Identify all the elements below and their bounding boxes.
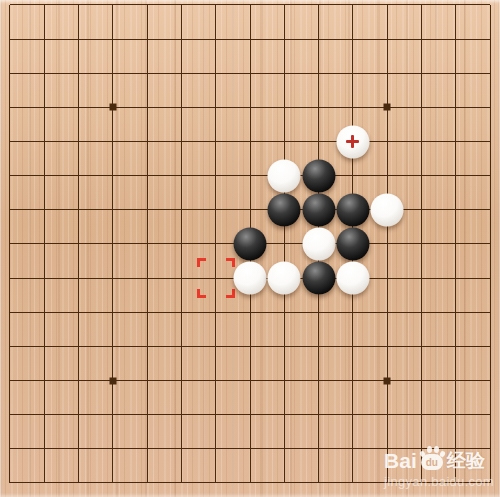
board-cell[interactable]: ○ xyxy=(267,159,301,193)
board-cell[interactable] xyxy=(404,329,438,363)
black-stone: ● xyxy=(336,193,369,226)
board-cell[interactable] xyxy=(0,159,27,193)
board-cell[interactable] xyxy=(96,363,130,397)
board-cell[interactable] xyxy=(130,432,164,466)
board-cell[interactable] xyxy=(164,329,198,363)
board-cell[interactable] xyxy=(233,466,267,497)
white-stone: ○ xyxy=(336,125,369,158)
board-cell[interactable] xyxy=(0,295,27,329)
board-cell[interactable] xyxy=(96,90,130,124)
board-cell[interactable]: ○ xyxy=(267,261,301,295)
board-cell[interactable] xyxy=(233,0,267,22)
board-cell[interactable] xyxy=(61,227,95,261)
board-cell[interactable] xyxy=(439,329,473,363)
board-cell[interactable] xyxy=(199,90,233,124)
board-cell[interactable] xyxy=(96,261,130,295)
board-cell[interactable] xyxy=(473,261,500,295)
board-cell[interactable] xyxy=(199,329,233,363)
board-cell[interactable]: ○ xyxy=(301,227,335,261)
board-cell[interactable] xyxy=(370,159,404,193)
board-cell[interactable] xyxy=(27,0,61,22)
board-cell[interactable] xyxy=(96,159,130,193)
board-cell[interactable] xyxy=(370,363,404,397)
star-point xyxy=(109,377,116,384)
board-cell[interactable] xyxy=(199,22,233,56)
board-cell[interactable] xyxy=(404,159,438,193)
board-cell[interactable] xyxy=(61,466,95,497)
board-cell[interactable] xyxy=(233,329,267,363)
board-cell[interactable] xyxy=(233,22,267,56)
board-cell[interactable] xyxy=(336,363,370,397)
baidu-watermark: Bai du 经验 jingyan.baidu.com xyxy=(384,445,494,489)
white-stone: ○ xyxy=(302,227,335,260)
board-cell[interactable] xyxy=(164,193,198,227)
board-cell[interactable] xyxy=(164,466,198,497)
board-cell[interactable] xyxy=(199,261,233,295)
board-cell[interactable] xyxy=(439,124,473,158)
board-cell[interactable] xyxy=(267,295,301,329)
board-cell[interactable] xyxy=(96,295,130,329)
board-cell[interactable] xyxy=(404,90,438,124)
board-cell[interactable] xyxy=(439,56,473,90)
board-cell[interactable] xyxy=(27,261,61,295)
board-cell[interactable] xyxy=(301,466,335,497)
board-cell[interactable] xyxy=(233,56,267,90)
board-cell[interactable] xyxy=(164,363,198,397)
board-cell[interactable] xyxy=(301,124,335,158)
board-cell[interactable] xyxy=(336,90,370,124)
white-stone: ○ xyxy=(268,262,301,295)
board-cell[interactable] xyxy=(439,0,473,22)
board-cell[interactable] xyxy=(404,124,438,158)
board-cell[interactable] xyxy=(61,398,95,432)
board-cell[interactable]: ○ xyxy=(370,193,404,227)
board-cell[interactable] xyxy=(199,227,233,261)
board-cell[interactable] xyxy=(439,90,473,124)
board-cell[interactable] xyxy=(27,124,61,158)
board-cell[interactable] xyxy=(404,363,438,397)
board-cell[interactable] xyxy=(336,466,370,497)
white-stone: ○ xyxy=(268,159,301,192)
board-cell[interactable]: ○ xyxy=(336,124,370,158)
board-cell[interactable] xyxy=(404,261,438,295)
board-cell[interactable] xyxy=(199,124,233,158)
star-point xyxy=(384,377,391,384)
board-cell[interactable] xyxy=(27,363,61,397)
board-cell[interactable] xyxy=(370,398,404,432)
board-cell[interactable] xyxy=(370,295,404,329)
black-stone: ● xyxy=(336,227,369,260)
board-cell[interactable] xyxy=(301,363,335,397)
board-cell[interactable] xyxy=(267,56,301,90)
board-cell[interactable] xyxy=(267,398,301,432)
baidu-paw-icon: du xyxy=(419,445,445,471)
board-cell[interactable] xyxy=(199,295,233,329)
board-cell[interactable] xyxy=(267,466,301,497)
board-cell[interactable] xyxy=(439,363,473,397)
board-cell[interactable] xyxy=(199,432,233,466)
board-cell[interactable] xyxy=(473,90,500,124)
board-cell[interactable] xyxy=(370,90,404,124)
board-cell[interactable] xyxy=(0,22,27,56)
board-cell[interactable] xyxy=(404,22,438,56)
board-cell[interactable] xyxy=(267,227,301,261)
board-cell[interactable] xyxy=(301,432,335,466)
board-cell[interactable] xyxy=(336,22,370,56)
board-cell[interactable] xyxy=(267,432,301,466)
board-cell[interactable]: ○ xyxy=(233,261,267,295)
board-cell[interactable] xyxy=(301,90,335,124)
board-cell[interactable] xyxy=(233,124,267,158)
board-cell[interactable] xyxy=(164,261,198,295)
board-cell[interactable] xyxy=(96,0,130,22)
board-cell[interactable] xyxy=(473,159,500,193)
board-cell[interactable] xyxy=(473,56,500,90)
last-move-marker xyxy=(346,135,359,148)
board-cell[interactable] xyxy=(473,227,500,261)
board-cell[interactable] xyxy=(61,124,95,158)
board-cell[interactable] xyxy=(370,0,404,22)
board-cell[interactable] xyxy=(0,329,27,363)
board-cell[interactable] xyxy=(199,466,233,497)
board-cell[interactable] xyxy=(27,295,61,329)
board-cell[interactable] xyxy=(130,22,164,56)
board-cell[interactable] xyxy=(370,22,404,56)
board-cell[interactable] xyxy=(199,159,233,193)
board-cell[interactable] xyxy=(301,0,335,22)
board-cell[interactable] xyxy=(301,398,335,432)
board-cell[interactable] xyxy=(130,227,164,261)
board-cell[interactable] xyxy=(233,363,267,397)
board-cell[interactable] xyxy=(164,432,198,466)
board-cell[interactable] xyxy=(336,56,370,90)
baidu-jingyan-logo: Bai du 经验 xyxy=(384,445,494,471)
board-cell[interactable] xyxy=(0,261,27,295)
board-cell[interactable] xyxy=(164,159,198,193)
board-cell[interactable] xyxy=(61,363,95,397)
board-cell[interactable] xyxy=(164,124,198,158)
black-stone: ● xyxy=(268,193,301,226)
board-cell[interactable] xyxy=(370,56,404,90)
board-cell[interactable] xyxy=(301,56,335,90)
board-cell[interactable] xyxy=(96,466,130,497)
board-cell[interactable] xyxy=(336,0,370,22)
black-stone: ● xyxy=(302,193,335,226)
board-cell[interactable] xyxy=(0,0,27,22)
board-cell[interactable] xyxy=(0,466,27,497)
board-cell[interactable] xyxy=(370,329,404,363)
board-cell[interactable] xyxy=(0,124,27,158)
board-cell[interactable] xyxy=(61,295,95,329)
board-cell[interactable] xyxy=(439,295,473,329)
board-cell[interactable] xyxy=(164,295,198,329)
board-cell[interactable] xyxy=(27,432,61,466)
board-cell[interactable] xyxy=(27,466,61,497)
board-cell[interactable] xyxy=(27,90,61,124)
board-cell[interactable]: ● xyxy=(301,159,335,193)
board-cell[interactable] xyxy=(267,90,301,124)
black-stone: ● xyxy=(234,227,267,260)
board-cell[interactable] xyxy=(130,398,164,432)
board-cell[interactable] xyxy=(130,90,164,124)
board-cell[interactable] xyxy=(61,329,95,363)
board-cell[interactable] xyxy=(61,261,95,295)
board-cell[interactable] xyxy=(336,159,370,193)
board-cell[interactable] xyxy=(267,0,301,22)
white-stone: ○ xyxy=(234,262,267,295)
board-cell[interactable] xyxy=(130,124,164,158)
board-cell[interactable]: ● xyxy=(301,261,335,295)
board-cell[interactable] xyxy=(130,329,164,363)
watermark-url: jingyan.baidu.com xyxy=(384,474,494,489)
board-cell[interactable] xyxy=(27,398,61,432)
board-cell[interactable] xyxy=(130,295,164,329)
board-cell[interactable] xyxy=(233,193,267,227)
board-cell[interactable] xyxy=(439,398,473,432)
board-cell[interactable] xyxy=(27,193,61,227)
board-cell[interactable] xyxy=(439,22,473,56)
board-cell[interactable]: ● xyxy=(267,193,301,227)
star-point xyxy=(384,104,391,111)
board-cell[interactable] xyxy=(473,329,500,363)
board-cell[interactable] xyxy=(0,193,27,227)
board-cell[interactable] xyxy=(164,398,198,432)
board-cell[interactable] xyxy=(130,261,164,295)
board-cell[interactable] xyxy=(370,227,404,261)
white-stone: ○ xyxy=(371,193,404,226)
board-cell[interactable] xyxy=(0,398,27,432)
board-cell[interactable] xyxy=(199,363,233,397)
board-cell[interactable] xyxy=(130,159,164,193)
board-cell[interactable]: ○ xyxy=(336,261,370,295)
board-cell[interactable] xyxy=(61,56,95,90)
board-cell[interactable] xyxy=(473,398,500,432)
board-cell[interactable] xyxy=(130,363,164,397)
board-cell[interactable] xyxy=(61,22,95,56)
board-cell[interactable] xyxy=(96,432,130,466)
board-cell[interactable] xyxy=(439,193,473,227)
board-cell[interactable] xyxy=(473,363,500,397)
star-point xyxy=(109,104,116,111)
board-cell[interactable] xyxy=(370,124,404,158)
board-cell[interactable] xyxy=(96,193,130,227)
board-cell[interactable] xyxy=(439,227,473,261)
board-cell[interactable] xyxy=(404,193,438,227)
board-cell[interactable] xyxy=(473,0,500,22)
board-cell[interactable] xyxy=(336,329,370,363)
board-cell[interactable] xyxy=(233,398,267,432)
board-cell[interactable] xyxy=(164,22,198,56)
board-cell[interactable] xyxy=(130,193,164,227)
board-cell[interactable] xyxy=(473,124,500,158)
board-cell[interactable] xyxy=(404,227,438,261)
board-cell[interactable] xyxy=(267,124,301,158)
board-cell[interactable] xyxy=(96,124,130,158)
board-cell[interactable] xyxy=(0,432,27,466)
board-cell[interactable] xyxy=(96,22,130,56)
white-stone: ○ xyxy=(336,262,369,295)
board-cell[interactable] xyxy=(27,56,61,90)
gomoku-board: ○○●●●●○●○●○○●○ xyxy=(0,0,500,497)
baidu-logo-du: du xyxy=(426,457,438,468)
board-cell[interactable] xyxy=(199,193,233,227)
board-cell[interactable] xyxy=(0,56,27,90)
board-cell[interactable] xyxy=(130,466,164,497)
board-cell[interactable] xyxy=(96,56,130,90)
board-cell[interactable] xyxy=(130,56,164,90)
board-cell[interactable] xyxy=(96,227,130,261)
board-cell[interactable] xyxy=(164,227,198,261)
board-cell[interactable] xyxy=(61,0,95,22)
board-cell[interactable] xyxy=(267,363,301,397)
board-cell[interactable] xyxy=(336,398,370,432)
board-cell[interactable] xyxy=(61,159,95,193)
board-cell[interactable] xyxy=(473,22,500,56)
board-cell[interactable] xyxy=(404,295,438,329)
board-cell[interactable] xyxy=(0,227,27,261)
board-cell[interactable] xyxy=(164,56,198,90)
board-cell[interactable] xyxy=(199,0,233,22)
board-cell[interactable] xyxy=(61,90,95,124)
board-cell[interactable] xyxy=(301,22,335,56)
board-cell[interactable] xyxy=(439,261,473,295)
board-cell[interactable]: ● xyxy=(233,227,267,261)
black-stone: ● xyxy=(302,159,335,192)
board-cell[interactable] xyxy=(164,0,198,22)
board-cell[interactable]: ● xyxy=(336,227,370,261)
board-cell[interactable] xyxy=(0,363,27,397)
board-cell[interactable] xyxy=(233,295,267,329)
board-cell[interactable] xyxy=(96,398,130,432)
board-cell[interactable] xyxy=(473,193,500,227)
board-cell[interactable] xyxy=(439,159,473,193)
board-cell[interactable]: ● xyxy=(336,193,370,227)
board-cell[interactable] xyxy=(301,295,335,329)
board-cell[interactable] xyxy=(370,261,404,295)
jingyan-logo-text: 经验 xyxy=(447,450,485,471)
board-cell[interactable] xyxy=(473,295,500,329)
board-cell[interactable] xyxy=(336,432,370,466)
board-cell[interactable] xyxy=(336,295,370,329)
board-cell[interactable] xyxy=(267,329,301,363)
board-cell[interactable] xyxy=(27,22,61,56)
board-cell[interactable] xyxy=(96,329,130,363)
gomoku-board-screenshot: ○○●●●●○●○●○○●○ Bai du 经验 jingyan.baidu.c… xyxy=(0,0,500,497)
board-cell[interactable] xyxy=(267,22,301,56)
board-cell[interactable] xyxy=(0,90,27,124)
board-cell[interactable] xyxy=(404,0,438,22)
black-stone: ● xyxy=(302,262,335,295)
board-cell[interactable] xyxy=(301,329,335,363)
board-cell[interactable] xyxy=(199,398,233,432)
board-cell[interactable] xyxy=(61,432,95,466)
board-cell[interactable] xyxy=(27,329,61,363)
board-cell[interactable] xyxy=(233,159,267,193)
board-cell[interactable]: ● xyxy=(301,193,335,227)
board-cell[interactable] xyxy=(233,432,267,466)
board-cell[interactable] xyxy=(61,193,95,227)
board-cell[interactable] xyxy=(27,159,61,193)
board-cell[interactable] xyxy=(233,90,267,124)
board-cell[interactable] xyxy=(130,0,164,22)
board-cell[interactable] xyxy=(199,56,233,90)
board-cell[interactable] xyxy=(164,90,198,124)
board-cell[interactable] xyxy=(404,56,438,90)
baidu-logo-text: Bai xyxy=(384,450,417,471)
board-cell[interactable] xyxy=(404,398,438,432)
board-cell[interactable] xyxy=(27,227,61,261)
